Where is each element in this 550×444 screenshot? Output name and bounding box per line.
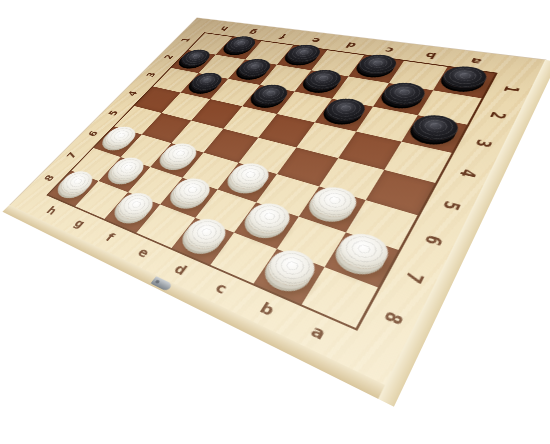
rank-label-right-4: 4 — [455, 167, 477, 178]
board-grid — [46, 32, 498, 331]
file-label-top-a: a — [469, 56, 484, 65]
file-label-top-b: b — [424, 51, 439, 59]
rank-label-left-1: 1 — [180, 37, 192, 42]
file-label-bottom-f: f — [103, 232, 116, 244]
file-label-bottom-c: c — [213, 281, 230, 296]
rank-label-right-6: 6 — [420, 233, 443, 247]
rank-label-left-8: 8 — [43, 174, 56, 183]
file-label-top-f: f — [279, 33, 289, 39]
file-label-bottom-a: a — [308, 323, 328, 342]
file-label-top-c: c — [383, 46, 395, 54]
rank-label-right-8: 8 — [379, 308, 403, 325]
rank-label-left-3: 3 — [145, 72, 157, 78]
board-photo: hhggffeeddccbbaa1122334455667788 — [0, 0, 550, 444]
file-label-bottom-e: e — [135, 246, 151, 260]
rank-label-left-2: 2 — [163, 54, 175, 59]
black-checker[interactable] — [438, 64, 492, 91]
file-label-top-e: e — [310, 36, 322, 43]
file-label-top-d: d — [345, 41, 358, 49]
rank-label-right-1: 1 — [500, 85, 520, 93]
rank-label-left-5: 5 — [107, 110, 120, 117]
file-label-bottom-g: g — [72, 218, 87, 230]
file-label-bottom-d: d — [172, 262, 189, 277]
rank-label-left-6: 6 — [87, 130, 100, 137]
rank-label-right-5: 5 — [438, 199, 460, 212]
rank-label-left-4: 4 — [127, 90, 140, 96]
checkers-board: hhggffeeddccbbaa1122334455667788 — [10, 18, 545, 385]
file-label-top-h: h — [219, 25, 230, 31]
rank-label-right-2: 2 — [486, 111, 507, 120]
rank-label-right-3: 3 — [471, 138, 492, 148]
file-label-bottom-b: b — [257, 301, 276, 319]
rank-label-left-7: 7 — [65, 151, 78, 159]
file-label-top-g: g — [247, 29, 259, 36]
rank-label-right-7: 7 — [400, 269, 424, 285]
file-label-bottom-h: h — [44, 205, 58, 216]
